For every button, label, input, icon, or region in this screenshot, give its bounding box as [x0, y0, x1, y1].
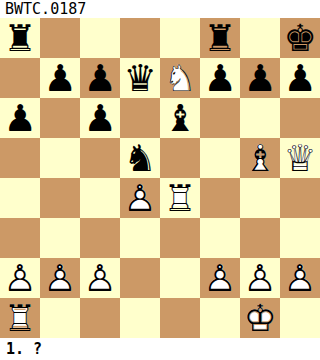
white-piece-outline: ♙: [280, 258, 320, 298]
square-d1[interactable]: [120, 298, 160, 338]
square-f6[interactable]: [200, 98, 240, 138]
white-piece-outline: ♘: [160, 58, 200, 98]
white-piece-outline: ♖: [0, 298, 40, 338]
black-pawn-icon: ♟: [40, 58, 80, 98]
black-pawn-icon: ♟: [280, 58, 320, 98]
white-queen-icon: ♛♕: [280, 138, 320, 178]
square-b4[interactable]: [40, 178, 80, 218]
white-piece-outline: ♙: [200, 258, 240, 298]
square-b1[interactable]: [40, 298, 80, 338]
white-piece-outline: ♙: [120, 178, 160, 218]
square-a6[interactable]: ♟: [0, 98, 40, 138]
square-g2[interactable]: ♟♙: [240, 258, 280, 298]
square-d6[interactable]: [120, 98, 160, 138]
black-pawn-icon: ♟: [80, 98, 120, 138]
square-f1[interactable]: [200, 298, 240, 338]
white-bishop-icon: ♝♗: [240, 138, 280, 178]
square-e8[interactable]: [160, 18, 200, 58]
black-bishop-icon: ♝: [160, 98, 200, 138]
square-e5[interactable]: [160, 138, 200, 178]
black-pawn-icon: ♟: [80, 58, 120, 98]
white-king-icon: ♚♔: [240, 298, 280, 338]
square-a8[interactable]: ♜: [0, 18, 40, 58]
square-d4[interactable]: ♟♙: [120, 178, 160, 218]
square-a4[interactable]: [0, 178, 40, 218]
square-a2[interactable]: ♟♙: [0, 258, 40, 298]
square-g4[interactable]: [240, 178, 280, 218]
square-f2[interactable]: ♟♙: [200, 258, 240, 298]
square-c1[interactable]: [80, 298, 120, 338]
square-h6[interactable]: [280, 98, 320, 138]
square-g5[interactable]: ♝♗: [240, 138, 280, 178]
square-a7[interactable]: [0, 58, 40, 98]
square-d5[interactable]: ♞: [120, 138, 160, 178]
white-pawn-icon: ♟♙: [200, 258, 240, 298]
square-h3[interactable]: [280, 218, 320, 258]
square-h4[interactable]: [280, 178, 320, 218]
chess-app-window: BWTC.0187 ♜♜♚♟♟♛♞♘♟♟♟♟♟♝♞♝♗♛♕♟♙♜♖♟♙♟♙♟♙♟…: [0, 0, 320, 360]
white-pawn-icon: ♟♙: [240, 258, 280, 298]
square-g6[interactable]: [240, 98, 280, 138]
white-piece-outline: ♕: [280, 138, 320, 178]
black-pawn-icon: ♟: [0, 98, 40, 138]
black-pawn-icon: ♟: [200, 58, 240, 98]
white-piece-outline: ♙: [240, 258, 280, 298]
square-e4[interactable]: ♜♖: [160, 178, 200, 218]
white-rook-icon: ♜♖: [0, 298, 40, 338]
square-d3[interactable]: [120, 218, 160, 258]
white-pawn-icon: ♟♙: [0, 258, 40, 298]
black-king-icon: ♚: [280, 18, 320, 58]
square-g7[interactable]: ♟: [240, 58, 280, 98]
square-c7[interactable]: ♟: [80, 58, 120, 98]
square-h5[interactable]: ♛♕: [280, 138, 320, 178]
square-e7[interactable]: ♞♘: [160, 58, 200, 98]
square-d7[interactable]: ♛: [120, 58, 160, 98]
square-e3[interactable]: [160, 218, 200, 258]
square-b6[interactable]: [40, 98, 80, 138]
black-queen-icon: ♛: [120, 58, 160, 98]
white-piece-outline: ♙: [0, 258, 40, 298]
white-pawn-icon: ♟♙: [280, 258, 320, 298]
white-pawn-icon: ♟♙: [120, 178, 160, 218]
white-piece-outline: ♙: [80, 258, 120, 298]
square-c5[interactable]: [80, 138, 120, 178]
black-rook-icon: ♜: [0, 18, 40, 58]
black-rook-icon: ♜: [200, 18, 240, 58]
square-f8[interactable]: ♜: [200, 18, 240, 58]
square-c8[interactable]: [80, 18, 120, 58]
white-rook-icon: ♜♖: [160, 178, 200, 218]
white-piece-outline: ♖: [160, 178, 200, 218]
square-e6[interactable]: ♝: [160, 98, 200, 138]
square-c4[interactable]: [80, 178, 120, 218]
square-c3[interactable]: [80, 218, 120, 258]
square-h2[interactable]: ♟♙: [280, 258, 320, 298]
square-b7[interactable]: ♟: [40, 58, 80, 98]
square-e1[interactable]: [160, 298, 200, 338]
white-pawn-icon: ♟♙: [80, 258, 120, 298]
status-bar: 1. ?: [0, 338, 320, 360]
square-c2[interactable]: ♟♙: [80, 258, 120, 298]
square-h1[interactable]: [280, 298, 320, 338]
square-h7[interactable]: ♟: [280, 58, 320, 98]
square-h8[interactable]: ♚: [280, 18, 320, 58]
square-f7[interactable]: ♟: [200, 58, 240, 98]
square-f4[interactable]: [200, 178, 240, 218]
square-b3[interactable]: [40, 218, 80, 258]
square-f5[interactable]: [200, 138, 240, 178]
chess-board: ♜♜♚♟♟♛♞♘♟♟♟♟♟♝♞♝♗♛♕♟♙♜♖♟♙♟♙♟♙♟♙♟♙♟♙♜♖♚♔: [0, 18, 320, 338]
square-f3[interactable]: [200, 218, 240, 258]
square-a1[interactable]: ♜♖: [0, 298, 40, 338]
square-g3[interactable]: [240, 218, 280, 258]
title-bar: BWTC.0187: [0, 0, 320, 18]
black-pawn-icon: ♟: [240, 58, 280, 98]
square-d8[interactable]: [120, 18, 160, 58]
white-piece-outline: ♗: [240, 138, 280, 178]
puzzle-id: BWTC.0187: [5, 0, 86, 18]
square-a5[interactable]: [0, 138, 40, 178]
square-c6[interactable]: ♟: [80, 98, 120, 138]
black-knight-icon: ♞: [120, 138, 160, 178]
square-g8[interactable]: [240, 18, 280, 58]
square-g1[interactable]: ♚♔: [240, 298, 280, 338]
square-b2[interactable]: ♟♙: [40, 258, 80, 298]
white-piece-outline: ♙: [40, 258, 80, 298]
move-prompt: 1. ?: [6, 338, 42, 360]
square-d2[interactable]: [120, 258, 160, 298]
white-piece-outline: ♔: [240, 298, 280, 338]
square-b8[interactable]: [40, 18, 80, 58]
square-a3[interactable]: [0, 218, 40, 258]
square-e2[interactable]: [160, 258, 200, 298]
square-b5[interactable]: [40, 138, 80, 178]
white-knight-icon: ♞♘: [160, 58, 200, 98]
white-pawn-icon: ♟♙: [40, 258, 80, 298]
